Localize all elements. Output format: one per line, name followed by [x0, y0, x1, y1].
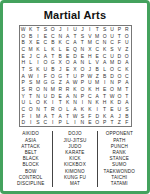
grid-cell: L: [57, 46, 64, 53]
grid-cell: I: [27, 120, 34, 127]
grid-cell: S: [123, 106, 130, 113]
grid-cell: K: [71, 86, 78, 93]
grid-cell: E: [86, 120, 93, 127]
grid-cell: W: [20, 26, 27, 33]
grid-cell: X: [86, 46, 93, 53]
word-list-column-3: OPPONENTPATHPUNCHRANKSTANCESUMOTAEKWONDO…: [97, 131, 141, 187]
grid-cell: O: [34, 86, 41, 93]
grid-cell: I: [49, 120, 56, 127]
grid-cell: F: [123, 120, 130, 127]
grid-cell: T: [108, 120, 115, 127]
word-list: AIKIDOASIAATTACKBELTBLACKBLOCKBOWCONTROL…: [9, 131, 141, 187]
grid-cell: V: [116, 46, 123, 53]
word-list-item: TAEKWONDO: [98, 169, 141, 175]
grid-cell: J: [57, 66, 64, 73]
grid-cell: L: [64, 120, 71, 127]
grid-cell: L: [64, 106, 71, 113]
grid-cell: M: [49, 86, 56, 93]
grid-cell: O: [27, 106, 34, 113]
grid-cell: C: [20, 46, 27, 53]
grid-cell: S: [20, 86, 27, 93]
grid-cell: R: [64, 86, 71, 93]
grid-cell: I: [64, 26, 71, 33]
grid-cell: T: [101, 106, 108, 113]
grid-cell: I: [94, 106, 101, 113]
grid-cell: E: [108, 106, 115, 113]
word-list-column-1: AIKIDOASIAATTACKBELTBLACKBLOCKBOWCONTROL…: [9, 131, 52, 187]
grid-cell: K: [86, 106, 93, 113]
grid-cell: H: [94, 86, 101, 93]
grid-cell: T: [123, 86, 130, 93]
grid-cell: C: [20, 106, 27, 113]
word-list-column-2: DOJOJIU-JITSUJUDOKARATEKICKKICKBOXKIMONO…: [52, 131, 96, 187]
grid-cell: D: [20, 120, 27, 127]
grid-cell: R: [49, 106, 56, 113]
grid-cell: S: [108, 46, 115, 53]
grid-cell: T: [94, 26, 101, 33]
grid-cell: P: [101, 120, 108, 127]
grid-cell: S: [27, 66, 34, 73]
word-list-item: MAT: [53, 181, 96, 187]
grid-cell: N: [79, 46, 86, 53]
grid-cell: L: [42, 46, 49, 53]
grid-cell: B: [94, 66, 101, 73]
grid-cell: K: [49, 46, 56, 53]
grid-cell: O: [108, 86, 115, 93]
grid-cell: E: [101, 86, 108, 93]
grid-cell: U: [108, 26, 115, 33]
grid-cell: N: [34, 106, 41, 113]
grid-cell: S: [34, 120, 41, 127]
grid-cell: O: [57, 106, 64, 113]
grid-cell: P: [116, 26, 123, 33]
grid-cell: N: [79, 120, 86, 127]
grid-cell: L: [101, 66, 108, 73]
grid-cell: I: [71, 120, 78, 127]
grid-cell: E: [64, 46, 71, 53]
grid-cell: J: [57, 26, 64, 33]
word-search-grid: WKTSOJIUJITSUPROBIECNATSVMOUTOBXECBKCATM…: [19, 25, 132, 127]
grid-cell: R: [27, 86, 34, 93]
grid-cell: M: [116, 86, 123, 93]
grid-cell: K: [34, 66, 41, 73]
grid-cell: R: [57, 86, 64, 93]
grid-cell: K: [123, 66, 130, 73]
grid-cell: C: [42, 120, 49, 127]
grid-cell: T: [42, 106, 49, 113]
grid-cell: K: [27, 26, 34, 33]
puzzle-title: Martial Arts: [3, 3, 147, 22]
grid-cell: K: [34, 46, 41, 53]
grid-cell: K: [79, 106, 86, 113]
page-frame: Martial Arts WKTSOJIUJITSUPROBIECNATSVMO…: [0, 0, 150, 194]
grid-cell: T: [34, 26, 41, 33]
grid-cell: E: [64, 66, 71, 73]
grid-cell: S: [42, 26, 49, 33]
grid-cell: O: [49, 26, 56, 33]
grid-cell: Z: [116, 120, 123, 127]
grid-cell: O: [94, 120, 101, 127]
grid-cell: O: [79, 86, 86, 93]
grid-cell: R: [123, 26, 130, 33]
grid-cell: M: [27, 46, 34, 53]
grid-cell: Z: [123, 46, 130, 53]
grid-cell: X: [71, 66, 78, 73]
grid-cell: K: [101, 46, 108, 53]
word-list-item: DISCIPLINE: [9, 181, 52, 187]
grid-cell: O: [79, 66, 86, 73]
grid-cell: S: [101, 26, 108, 33]
grid-cell: U: [42, 66, 49, 73]
grid-cell: P: [57, 120, 64, 127]
grid-cell: B: [49, 66, 56, 73]
grid-cell: A: [71, 106, 78, 113]
grid-cell: T: [20, 66, 27, 73]
grid-cell: O: [108, 66, 115, 73]
grid-cell: C: [116, 66, 123, 73]
grid-cell: J: [86, 66, 93, 73]
grid-cell: I: [86, 26, 93, 33]
grid-cell: U: [116, 106, 123, 113]
grid-cell: J: [79, 26, 86, 33]
grid-cell: U: [71, 26, 78, 33]
grid-cell: N: [42, 86, 49, 93]
grid-cell: K: [86, 86, 93, 93]
grid-cell: C: [94, 46, 101, 53]
word-list-item: TATAMI: [98, 181, 141, 187]
grid-cell: Q: [71, 46, 78, 53]
